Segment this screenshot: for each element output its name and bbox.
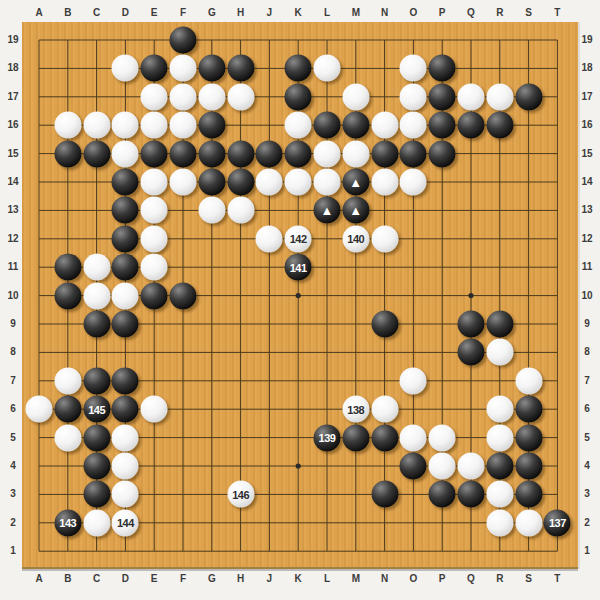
stone-D2[interactable]: 144 — [112, 509, 139, 536]
col-label-top-P: P — [431, 7, 453, 19]
col-label-bottom-K: K — [287, 573, 309, 585]
stone-H18[interactable] — [227, 55, 254, 82]
stone-M6[interactable]: 138 — [342, 396, 369, 423]
stone-D3[interactable] — [112, 481, 139, 508]
stone-R4[interactable] — [486, 453, 513, 480]
stone-R6[interactable] — [486, 396, 513, 423]
stone-D12[interactable] — [112, 225, 139, 252]
stone-O15[interactable] — [400, 140, 427, 167]
row-label-left-19: 19 — [2, 34, 24, 46]
stone-E13[interactable] — [141, 197, 168, 224]
stone-R16[interactable] — [486, 112, 513, 139]
col-label-top-S: S — [518, 7, 540, 19]
stone-G14[interactable] — [198, 169, 225, 196]
col-label-bottom-C: C — [86, 573, 108, 585]
stone-Q3[interactable] — [458, 481, 485, 508]
row-label-left-3: 3 — [2, 488, 24, 500]
stone-O18[interactable] — [400, 55, 427, 82]
col-label-top-L: L — [316, 7, 338, 19]
stone-M16[interactable] — [342, 112, 369, 139]
stone-O17[interactable] — [400, 83, 427, 110]
triangle-mark-icon: ▲ — [349, 203, 362, 216]
col-label-bottom-G: G — [201, 573, 223, 585]
stone-N14[interactable] — [371, 169, 398, 196]
stone-S2[interactable] — [515, 509, 542, 536]
stone-M12[interactable]: 140 — [342, 225, 369, 252]
stone-R3[interactable] — [486, 481, 513, 508]
stone-L15[interactable] — [314, 140, 341, 167]
col-label-top-F: F — [172, 7, 194, 19]
stone-M15[interactable] — [342, 140, 369, 167]
stone-C6[interactable]: 145 — [83, 396, 110, 423]
stone-F18[interactable] — [170, 55, 197, 82]
stone-B16[interactable] — [54, 112, 81, 139]
triangle-mark-icon: ▲ — [349, 175, 362, 188]
stone-H17[interactable] — [227, 83, 254, 110]
stone-K18[interactable] — [285, 55, 312, 82]
stone-F17[interactable] — [170, 83, 197, 110]
stone-L16[interactable] — [314, 112, 341, 139]
stone-Q4[interactable] — [458, 453, 485, 480]
stone-G15[interactable] — [198, 140, 225, 167]
move-number-139: 139 — [319, 432, 336, 444]
stone-C2[interactable] — [83, 509, 110, 536]
stone-G17[interactable] — [198, 83, 225, 110]
col-label-bottom-Q: Q — [460, 573, 482, 585]
stone-E15[interactable] — [141, 140, 168, 167]
stone-E10[interactable] — [141, 282, 168, 309]
stone-B2[interactable]: 143 — [54, 509, 81, 536]
stone-J15[interactable] — [256, 140, 283, 167]
stone-E11[interactable] — [141, 254, 168, 281]
row-label-left-6: 6 — [2, 403, 24, 415]
row-label-left-14: 14 — [2, 176, 24, 188]
row-label-right-12: 12 — [576, 233, 598, 245]
stone-S4[interactable] — [515, 453, 542, 480]
stone-M13[interactable]: ▲ — [342, 197, 369, 224]
stone-F10[interactable] — [170, 282, 197, 309]
row-label-right-15: 15 — [576, 148, 598, 160]
stone-M14[interactable]: ▲ — [342, 169, 369, 196]
stone-F15[interactable] — [170, 140, 197, 167]
stone-N15[interactable] — [371, 140, 398, 167]
stone-D5[interactable] — [112, 424, 139, 451]
stone-B5[interactable] — [54, 424, 81, 451]
stone-C11[interactable] — [83, 254, 110, 281]
stone-S6[interactable] — [515, 396, 542, 423]
move-number-140: 140 — [347, 233, 364, 245]
stone-G16[interactable] — [198, 112, 225, 139]
col-label-bottom-L: L — [316, 573, 338, 585]
row-label-left-1: 1 — [2, 545, 24, 557]
stone-T2[interactable]: 137 — [544, 509, 571, 536]
row-label-left-15: 15 — [2, 148, 24, 160]
stone-H13[interactable] — [227, 197, 254, 224]
col-label-bottom-E: E — [143, 573, 165, 585]
stone-E6[interactable] — [141, 396, 168, 423]
move-number-137: 137 — [549, 517, 566, 529]
col-label-bottom-F: F — [172, 573, 194, 585]
col-label-top-A: A — [28, 7, 50, 19]
move-number-143: 143 — [59, 517, 76, 529]
stone-P16[interactable] — [429, 112, 456, 139]
stone-Q16[interactable] — [458, 112, 485, 139]
stone-G18[interactable] — [198, 55, 225, 82]
stone-B7[interactable] — [54, 367, 81, 394]
stone-G13[interactable] — [198, 197, 225, 224]
row-label-left-2: 2 — [2, 517, 24, 529]
col-label-bottom-M: M — [345, 573, 367, 585]
col-label-bottom-J: J — [258, 573, 280, 585]
row-label-left-13: 13 — [2, 204, 24, 216]
stone-Q17[interactable] — [458, 83, 485, 110]
col-label-top-B: B — [57, 7, 79, 19]
row-label-right-11: 11 — [576, 261, 598, 273]
stone-R17[interactable] — [486, 83, 513, 110]
stone-E17[interactable] — [141, 83, 168, 110]
col-label-top-E: E — [143, 7, 165, 19]
row-label-right-18: 18 — [576, 62, 598, 74]
col-label-top-O: O — [402, 7, 424, 19]
move-number-138: 138 — [347, 403, 364, 415]
stone-D16[interactable] — [112, 112, 139, 139]
stone-J14[interactable] — [256, 169, 283, 196]
row-label-left-16: 16 — [2, 119, 24, 131]
row-label-right-1: 1 — [576, 545, 598, 557]
stone-E16[interactable] — [141, 112, 168, 139]
stone-O14[interactable] — [400, 169, 427, 196]
stone-D6[interactable] — [112, 396, 139, 423]
stone-R2[interactable] — [486, 509, 513, 536]
col-label-bottom-P: P — [431, 573, 453, 585]
stone-C10[interactable] — [83, 282, 110, 309]
row-label-left-4: 4 — [2, 460, 24, 472]
row-label-left-8: 8 — [2, 346, 24, 358]
stone-H15[interactable] — [227, 140, 254, 167]
stone-J12[interactable] — [256, 225, 283, 252]
move-number-141: 141 — [290, 261, 307, 273]
stone-N6[interactable] — [371, 396, 398, 423]
stone-C16[interactable] — [83, 112, 110, 139]
stone-K17[interactable] — [285, 83, 312, 110]
stone-K15[interactable] — [285, 140, 312, 167]
stone-C3[interactable] — [83, 481, 110, 508]
stone-D7[interactable] — [112, 367, 139, 394]
stone-B10[interactable] — [54, 282, 81, 309]
col-label-bottom-O: O — [402, 573, 424, 585]
stone-C7[interactable] — [83, 367, 110, 394]
row-label-left-9: 9 — [2, 318, 24, 330]
go-board-viewer: { "game": "go", "board_size": 19, "colum… — [0, 0, 600, 600]
stone-D13[interactable] — [112, 197, 139, 224]
stone-E14[interactable] — [141, 169, 168, 196]
col-label-top-J: J — [258, 7, 280, 19]
stone-L18[interactable] — [314, 55, 341, 82]
row-label-left-18: 18 — [2, 62, 24, 74]
row-label-right-2: 2 — [576, 517, 598, 529]
row-label-right-13: 13 — [576, 204, 598, 216]
stone-S17[interactable] — [515, 83, 542, 110]
stone-C5[interactable] — [83, 424, 110, 451]
col-label-top-N: N — [374, 7, 396, 19]
row-label-left-17: 17 — [2, 91, 24, 103]
stone-S5[interactable] — [515, 424, 542, 451]
col-label-bottom-B: B — [57, 573, 79, 585]
row-label-right-19: 19 — [576, 34, 598, 46]
stone-P17[interactable] — [429, 83, 456, 110]
stone-O4[interactable] — [400, 453, 427, 480]
col-label-bottom-N: N — [374, 573, 396, 585]
col-label-bottom-S: S — [518, 573, 540, 585]
move-number-144: 144 — [117, 517, 134, 529]
stone-F16[interactable] — [170, 112, 197, 139]
stone-A6[interactable] — [26, 396, 53, 423]
stone-H14[interactable] — [227, 169, 254, 196]
row-label-right-8: 8 — [576, 346, 598, 358]
stone-P4[interactable] — [429, 453, 456, 480]
row-label-left-10: 10 — [2, 290, 24, 302]
stone-H3[interactable]: 146 — [227, 481, 254, 508]
stone-B11[interactable] — [54, 254, 81, 281]
col-label-bottom-A: A — [28, 573, 50, 585]
col-label-top-K: K — [287, 7, 309, 19]
stone-N9[interactable] — [371, 311, 398, 338]
stone-D18[interactable] — [112, 55, 139, 82]
col-label-bottom-T: T — [546, 573, 568, 585]
row-label-right-14: 14 — [576, 176, 598, 188]
move-number-146: 146 — [232, 488, 249, 500]
row-label-left-12: 12 — [2, 233, 24, 245]
move-number-145: 145 — [88, 403, 105, 415]
row-label-right-3: 3 — [576, 488, 598, 500]
row-label-right-10: 10 — [576, 290, 598, 302]
stone-B6[interactable] — [54, 396, 81, 423]
row-label-right-7: 7 — [576, 375, 598, 387]
stone-N12[interactable] — [371, 225, 398, 252]
row-label-right-17: 17 — [576, 91, 598, 103]
stone-S7[interactable] — [515, 367, 542, 394]
triangle-mark-icon: ▲ — [321, 203, 334, 216]
col-label-top-T: T — [546, 7, 568, 19]
row-label-left-11: 11 — [2, 261, 24, 273]
stone-L14[interactable] — [314, 169, 341, 196]
stone-O16[interactable] — [400, 112, 427, 139]
stone-N5[interactable] — [371, 424, 398, 451]
col-label-top-D: D — [114, 7, 136, 19]
row-label-right-9: 9 — [576, 318, 598, 330]
stone-R9[interactable] — [486, 311, 513, 338]
stone-D15[interactable] — [112, 140, 139, 167]
stone-O7[interactable] — [400, 367, 427, 394]
stone-P3[interactable] — [429, 481, 456, 508]
stone-N3[interactable] — [371, 481, 398, 508]
stone-S3[interactable] — [515, 481, 542, 508]
stone-E18[interactable] — [141, 55, 168, 82]
stone-D4[interactable] — [112, 453, 139, 480]
stone-M17[interactable] — [342, 83, 369, 110]
row-label-left-7: 7 — [2, 375, 24, 387]
row-label-left-5: 5 — [2, 432, 24, 444]
stone-L13[interactable]: ▲ — [314, 197, 341, 224]
stone-R5[interactable] — [486, 424, 513, 451]
row-label-right-4: 4 — [576, 460, 598, 472]
stone-P15[interactable] — [429, 140, 456, 167]
stone-K12[interactable]: 142 — [285, 225, 312, 252]
row-label-right-5: 5 — [576, 432, 598, 444]
stone-Q9[interactable] — [458, 311, 485, 338]
col-label-top-G: G — [201, 7, 223, 19]
stone-P5[interactable] — [429, 424, 456, 451]
stone-L5[interactable]: 139 — [314, 424, 341, 451]
stone-K11[interactable]: 141 — [285, 254, 312, 281]
col-label-top-H: H — [230, 7, 252, 19]
stone-B15[interactable] — [54, 140, 81, 167]
stone-D11[interactable] — [112, 254, 139, 281]
stone-Q8[interactable] — [458, 339, 485, 366]
stone-E12[interactable] — [141, 225, 168, 252]
stone-D9[interactable] — [112, 311, 139, 338]
stone-D14[interactable] — [112, 169, 139, 196]
stone-C9[interactable] — [83, 311, 110, 338]
stone-P18[interactable] — [429, 55, 456, 82]
col-label-top-M: M — [345, 7, 367, 19]
stone-C15[interactable] — [83, 140, 110, 167]
col-label-bottom-R: R — [489, 573, 511, 585]
stone-O5[interactable] — [400, 424, 427, 451]
move-number-142: 142 — [290, 233, 307, 245]
col-label-bottom-H: H — [230, 573, 252, 585]
stone-R8[interactable] — [486, 339, 513, 366]
col-label-top-R: R — [489, 7, 511, 19]
stone-C4[interactable] — [83, 453, 110, 480]
stone-M5[interactable] — [342, 424, 369, 451]
col-label-top-C: C — [86, 7, 108, 19]
stone-N16[interactable] — [371, 112, 398, 139]
row-label-right-6: 6 — [576, 403, 598, 415]
stone-K16[interactable] — [285, 112, 312, 139]
row-label-right-16: 16 — [576, 119, 598, 131]
col-label-bottom-D: D — [114, 573, 136, 585]
stone-F19[interactable] — [170, 27, 197, 54]
stone-F14[interactable] — [170, 169, 197, 196]
col-label-top-Q: Q — [460, 7, 482, 19]
stone-K14[interactable] — [285, 169, 312, 196]
stone-D10[interactable] — [112, 282, 139, 309]
